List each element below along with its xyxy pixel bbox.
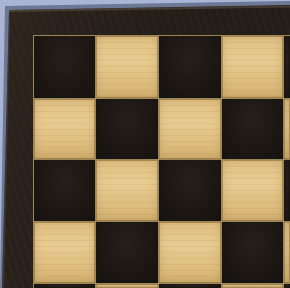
board-square[interactable] (222, 99, 283, 159)
board-square[interactable] (284, 284, 290, 288)
board-square[interactable] (284, 160, 290, 221)
board-square[interactable] (284, 99, 290, 159)
board-square[interactable] (284, 36, 290, 98)
board-square[interactable] (34, 160, 95, 221)
board-square[interactable] (34, 284, 95, 288)
board-square[interactable] (159, 284, 221, 288)
board-square[interactable] (34, 99, 95, 159)
board-square[interactable] (159, 222, 221, 283)
board-square[interactable] (96, 284, 158, 288)
board-square[interactable] (34, 36, 95, 98)
board-square[interactable] (159, 36, 221, 98)
board-square[interactable] (284, 222, 290, 283)
board-square[interactable] (96, 99, 158, 159)
board-square[interactable] (159, 160, 221, 221)
board-square[interactable] (96, 160, 158, 221)
board-grid (33, 35, 290, 288)
board-square[interactable] (34, 222, 95, 283)
chess-board (0, 0, 290, 288)
board-square[interactable] (96, 36, 158, 98)
board-square[interactable] (222, 160, 283, 221)
board-square[interactable] (96, 222, 158, 283)
photo-background (0, 0, 290, 288)
board-square[interactable] (222, 36, 283, 98)
board-square[interactable] (159, 99, 221, 159)
board-square[interactable] (222, 284, 283, 288)
board-square[interactable] (222, 222, 283, 283)
